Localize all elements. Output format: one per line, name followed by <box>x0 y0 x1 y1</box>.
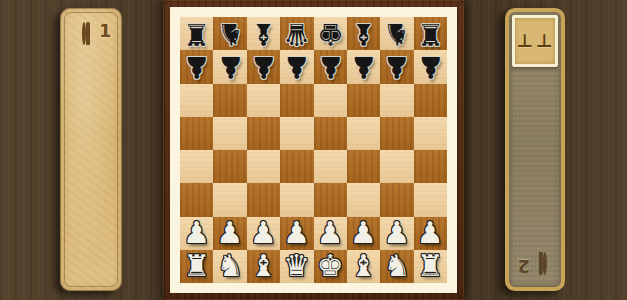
square-a8[interactable]: ♜ <box>180 17 213 50</box>
piece-black-pawn[interactable]: ♟ <box>350 52 377 82</box>
piece-black-bishop[interactable]: ♝ <box>250 19 277 49</box>
board-frame: ♜♞♝♛♚♝♞♜♟♟♟♟♟♟♟♟♟♟♟♟♟♟♟♟♜♞♝♛♚♝♞♜ <box>163 0 464 300</box>
piece-black-pawn[interactable]: ♟ <box>217 52 244 82</box>
square-f6[interactable] <box>347 84 380 117</box>
square-a3[interactable] <box>180 183 213 216</box>
piece-black-rook[interactable]: ♜ <box>417 19 444 49</box>
square-g1[interactable]: ♞ <box>380 250 413 283</box>
piece-white-pawn[interactable]: ♟ <box>250 218 277 248</box>
piece-white-pawn[interactable]: ♟ <box>417 218 444 248</box>
person-icon <box>532 251 547 273</box>
square-e1[interactable]: ♚ <box>314 250 347 283</box>
square-f8[interactable]: ♝ <box>347 17 380 50</box>
square-d4[interactable] <box>280 150 313 183</box>
square-b1[interactable]: ♞ <box>213 250 246 283</box>
square-f2[interactable]: ♟ <box>347 217 380 250</box>
piece-white-knight[interactable]: ♞ <box>383 251 410 281</box>
square-b7[interactable]: ♟ <box>213 50 246 83</box>
square-b6[interactable] <box>213 84 246 117</box>
square-e3[interactable] <box>314 183 347 216</box>
square-c2[interactable]: ♟ <box>247 217 280 250</box>
square-c1[interactable]: ♝ <box>247 250 280 283</box>
square-a5[interactable] <box>180 117 213 150</box>
piece-black-pawn[interactable]: ♟ <box>383 52 410 82</box>
player1-badge: 1 <box>82 24 111 46</box>
piece-white-rook[interactable]: ♜ <box>183 251 210 281</box>
square-c6[interactable] <box>247 84 280 117</box>
player2-number: 2 <box>518 257 530 274</box>
square-b3[interactable] <box>213 183 246 216</box>
piece-white-rook[interactable]: ♜ <box>417 251 444 281</box>
player1-tray: 1 <box>60 8 122 291</box>
piece-white-knight[interactable]: ♞ <box>217 251 244 281</box>
piece-white-queen[interactable]: ♛ <box>283 251 310 281</box>
board-grid: ♜♞♝♛♚♝♞♜♟♟♟♟♟♟♟♟♟♟♟♟♟♟♟♟♜♞♝♛♚♝♞♜ <box>180 17 447 283</box>
square-b8[interactable]: ♞ <box>213 17 246 50</box>
square-g7[interactable]: ♟ <box>380 50 413 83</box>
piece-black-bishop[interactable]: ♝ <box>350 19 377 49</box>
square-c5[interactable] <box>247 117 280 150</box>
piece-white-bishop[interactable]: ♝ <box>350 251 377 281</box>
square-f3[interactable] <box>347 183 380 216</box>
board-inner-border: ♜♞♝♛♚♝♞♜♟♟♟♟♟♟♟♟♟♟♟♟♟♟♟♟♜♞♝♛♚♝♞♜ <box>170 7 457 293</box>
square-g2[interactable]: ♟ <box>380 217 413 250</box>
piece-black-pawn[interactable]: ♟ <box>250 52 277 82</box>
square-d7[interactable]: ♟ <box>280 50 313 83</box>
piece-black-rook[interactable]: ♜ <box>183 19 210 49</box>
square-a1[interactable]: ♜ <box>180 250 213 283</box>
piece-black-pawn[interactable]: ♟ <box>417 52 444 82</box>
square-f1[interactable]: ♝ <box>347 250 380 283</box>
square-c4[interactable] <box>247 150 280 183</box>
square-f7[interactable]: ♟ <box>347 50 380 83</box>
square-c8[interactable]: ♝ <box>247 17 280 50</box>
square-d1[interactable]: ♛ <box>280 250 313 283</box>
square-a7[interactable]: ♟ <box>180 50 213 83</box>
square-d5[interactable] <box>280 117 313 150</box>
square-b5[interactable] <box>213 117 246 150</box>
square-h5[interactable] <box>414 117 447 150</box>
square-d3[interactable] <box>280 183 313 216</box>
piece-white-king[interactable]: ♚ <box>317 251 344 281</box>
piece-white-pawn[interactable]: ♟ <box>350 218 377 248</box>
piece-black-king[interactable]: ♚ <box>317 19 344 49</box>
piece-black-pawn[interactable]: ♟ <box>317 52 344 82</box>
piece-white-pawn[interactable]: ♟ <box>183 218 210 248</box>
square-d8[interactable]: ♛ <box>280 17 313 50</box>
square-e6[interactable] <box>314 84 347 117</box>
person-torso-icon <box>539 252 543 275</box>
square-e7[interactable]: ♟ <box>314 50 347 83</box>
square-g5[interactable] <box>380 117 413 150</box>
square-e2[interactable]: ♟ <box>314 217 347 250</box>
square-h3[interactable] <box>414 183 447 216</box>
player1-number: 1 <box>99 23 111 40</box>
player2-tray: ⊥⊥ 2 <box>505 8 565 291</box>
piece-black-knight[interactable]: ♞ <box>383 19 410 49</box>
square-h7[interactable]: ♟ <box>414 50 447 83</box>
square-c7[interactable]: ♟ <box>247 50 280 83</box>
square-g8[interactable]: ♞ <box>380 17 413 50</box>
piece-white-pawn[interactable]: ♟ <box>383 218 410 248</box>
square-c3[interactable] <box>247 183 280 216</box>
piece-black-pawn[interactable]: ♟ <box>183 52 210 82</box>
square-f4[interactable] <box>347 150 380 183</box>
square-h8[interactable]: ♜ <box>414 17 447 50</box>
square-a6[interactable] <box>180 84 213 117</box>
piece-white-pawn[interactable]: ♟ <box>317 218 344 248</box>
piece-black-knight[interactable]: ♞ <box>217 19 244 49</box>
square-e4[interactable] <box>314 150 347 183</box>
square-g6[interactable] <box>380 84 413 117</box>
square-a4[interactable] <box>180 150 213 183</box>
square-e5[interactable] <box>314 117 347 150</box>
game-background: 1 ♜♞♝♛♚♝♞♜♟♟♟♟♟♟♟♟♟♟♟♟♟♟♟♟♜♞♝♛♚♝♞♜ ⊥⊥ 2 <box>0 0 627 300</box>
person-head-icon <box>543 252 547 275</box>
square-h1[interactable]: ♜ <box>414 250 447 283</box>
upside-down-tools-icon: ⊥⊥ <box>517 32 556 50</box>
square-h2[interactable]: ♟ <box>414 217 447 250</box>
piece-white-bishop[interactable]: ♝ <box>250 251 277 281</box>
square-d6[interactable] <box>280 84 313 117</box>
piece-white-pawn[interactable]: ♟ <box>283 218 310 248</box>
piece-black-queen[interactable]: ♛ <box>283 19 310 49</box>
square-d2[interactable]: ♟ <box>280 217 313 250</box>
square-g4[interactable] <box>380 150 413 183</box>
square-b4[interactable] <box>213 150 246 183</box>
square-f5[interactable] <box>347 117 380 150</box>
square-b2[interactable]: ♟ <box>213 217 246 250</box>
player2-highlight-box[interactable]: ⊥⊥ <box>512 15 558 67</box>
square-a2[interactable]: ♟ <box>180 217 213 250</box>
square-g3[interactable] <box>380 183 413 216</box>
person-torso-icon <box>86 22 90 45</box>
square-h4[interactable] <box>414 150 447 183</box>
piece-white-pawn[interactable]: ♟ <box>217 218 244 248</box>
square-h6[interactable] <box>414 84 447 117</box>
person-icon <box>82 24 97 46</box>
piece-black-pawn[interactable]: ♟ <box>283 52 310 82</box>
player2-badge: 2 <box>518 251 547 273</box>
square-e8[interactable]: ♚ <box>314 17 347 50</box>
